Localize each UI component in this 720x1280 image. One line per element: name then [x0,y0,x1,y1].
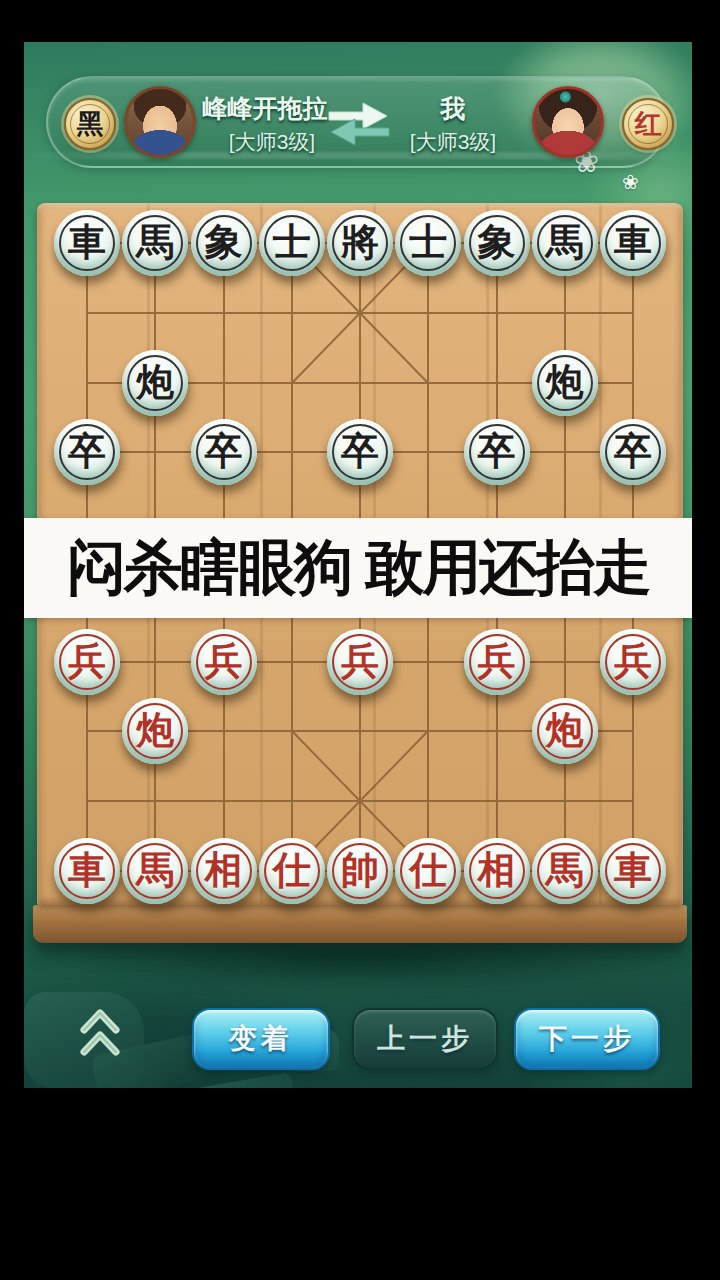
piece-車-red-r9c8[interactable]: 車 [600,838,666,904]
piece-character: 卒 [205,432,243,470]
piece-character: 炮 [136,711,174,749]
piece-character: 兵 [341,642,379,680]
swap-sides-icon [327,100,391,148]
piece-仕-red-r9c3[interactable]: 仕 [259,838,325,904]
variation-button[interactable]: 变着 [192,1008,330,1070]
piece-character: 車 [614,223,652,261]
piece-character: 象 [205,223,243,261]
piece-兵-red-r6c4[interactable]: 兵 [327,629,393,695]
piece-卒-black-r3c8[interactable]: 卒 [600,419,666,485]
piece-character: 炮 [546,363,584,401]
caption-text: 闷杀瞎眼狗 敢用还抬走 [67,528,650,609]
piece-character: 卒 [478,432,516,470]
piece-象-black-r0c2[interactable]: 象 [191,210,257,276]
piece-炮-black-r2c7[interactable]: 炮 [532,350,598,416]
game-scene: ❀ ❀ 黑 峰峰开拖拉.. [大师3级] 我 [大师3级] 红 [24,42,692,1088]
piece-character: 炮 [136,363,174,401]
piece-相-red-r9c6[interactable]: 相 [464,838,530,904]
piece-車-black-r0c0[interactable]: 車 [54,210,120,276]
piece-卒-black-r3c6[interactable]: 卒 [464,419,530,485]
piece-character: 仕 [409,851,447,889]
black-badge-label: 黑 [77,111,104,138]
piece-character: 相 [478,851,516,889]
piece-士-black-r0c5[interactable]: 士 [395,210,461,276]
piece-相-red-r9c2[interactable]: 相 [191,838,257,904]
piece-卒-black-r3c2[interactable]: 卒 [191,419,257,485]
piece-character: 卒 [341,432,379,470]
piece-仕-red-r9c5[interactable]: 仕 [395,838,461,904]
red-player-rank: [大师3级] [388,128,518,156]
piece-character: 將 [341,223,379,261]
piece-character: 卒 [614,432,652,470]
phone-screen: ❀ ❀ 黑 峰峰开拖拉.. [大师3级] 我 [大师3级] 红 [0,0,720,1280]
piece-character: 車 [68,851,106,889]
flower-decoration: ❀ [622,170,639,194]
piece-character: 馬 [546,223,584,261]
piece-將-black-r0c4[interactable]: 將 [327,210,393,276]
piece-象-black-r0c6[interactable]: 象 [464,210,530,276]
piece-帥-red-r9c4[interactable]: 帥 [327,838,393,904]
piece-卒-black-r3c4[interactable]: 卒 [327,419,393,485]
piece-馬-red-r9c7[interactable]: 馬 [532,838,598,904]
piece-馬-red-r9c1[interactable]: 馬 [122,838,188,904]
black-side-badge: 黑 [64,98,116,150]
piece-兵-red-r6c0[interactable]: 兵 [54,629,120,695]
piece-炮-red-r7c7[interactable]: 炮 [532,698,598,764]
piece-士-black-r0c3[interactable]: 士 [259,210,325,276]
piece-character: 馬 [136,851,174,889]
red-badge-label: 红 [635,111,662,138]
piece-character: 馬 [546,851,584,889]
piece-兵-red-r6c2[interactable]: 兵 [191,629,257,695]
piece-character: 士 [273,223,311,261]
piece-炮-black-r2c1[interactable]: 炮 [122,350,188,416]
piece-兵-red-r6c6[interactable]: 兵 [464,629,530,695]
piece-character: 卒 [68,432,106,470]
piece-character: 士 [409,223,447,261]
piece-character: 車 [68,223,106,261]
piece-車-black-r0c8[interactable]: 車 [600,210,666,276]
piece-character: 炮 [546,711,584,749]
piece-character: 相 [205,851,243,889]
piece-車-red-r9c0[interactable]: 車 [54,838,120,904]
collapse-chevron-icon[interactable] [76,1004,124,1060]
piece-character: 象 [478,223,516,261]
caption-banner: 闷杀瞎眼狗 敢用还抬走 [24,518,692,618]
piece-兵-red-r6c8[interactable]: 兵 [600,629,666,695]
piece-character: 仕 [273,851,311,889]
piece-character: 兵 [478,642,516,680]
board-front-edge [33,905,687,943]
piece-卒-black-r3c0[interactable]: 卒 [54,419,120,485]
piece-character: 兵 [68,642,106,680]
piece-character: 車 [614,851,652,889]
next-move-button[interactable]: 下一步 [514,1008,660,1070]
piece-馬-black-r0c7[interactable]: 馬 [532,210,598,276]
red-side-badge: 红 [622,98,674,150]
red-player-name: 我 [388,92,518,125]
piece-馬-black-r0c1[interactable]: 馬 [122,210,188,276]
black-player-avatar[interactable] [124,86,196,158]
red-player-avatar[interactable] [532,86,604,158]
piece-炮-red-r7c1[interactable]: 炮 [122,698,188,764]
piece-character: 兵 [614,642,652,680]
player-bar: 黑 峰峰开拖拉.. [大师3级] 我 [大师3级] 红 [46,76,668,168]
piece-character: 馬 [136,223,174,261]
previous-move-button[interactable]: 上一步 [352,1008,498,1070]
piece-character: 兵 [205,642,243,680]
piece-character: 帥 [341,851,379,889]
